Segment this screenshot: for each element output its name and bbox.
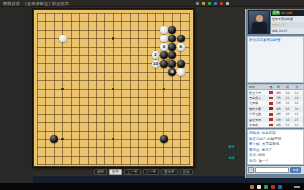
user-stat: 15: [292, 112, 301, 116]
user-name: 黑白道人: [248, 96, 268, 100]
person-silhouette-icon: [256, 15, 263, 22]
titlebar-icon[interactable]: [196, 2, 199, 5]
user-row[interactable]: 黑白道人7段4320: [248, 95, 303, 100]
user-row[interactable]: 飞天猪5段3118: [248, 101, 303, 106]
grid-line: [130, 13, 131, 165]
notice-panel: 欢迎来到直播讲解室: [247, 36, 304, 83]
user-stat: 22: [283, 112, 292, 116]
user-stat: 20: [292, 96, 301, 100]
user-stat: 9段: [274, 91, 283, 95]
titlebar-icon[interactable]: [214, 2, 217, 5]
titlebar-icons: [196, 2, 229, 5]
taskbar-icon[interactable]: [271, 185, 275, 189]
user-table-header-cell: 昵称: [248, 85, 268, 89]
stone: [177, 60, 185, 68]
stone: 4: [160, 43, 168, 51]
grid-line: [121, 13, 122, 165]
chat-input-row: ☺ 发送: [247, 166, 304, 174]
grid-line: [37, 105, 190, 106]
user-stat: 43: [283, 96, 292, 100]
stone: 6: [168, 68, 176, 76]
game-info-box: 直播 9D 讲解 世界大赛讲解室 黑贴6.5目 966 20:47: [271, 10, 304, 34]
left-margin: [0, 7, 33, 184]
user-name: 大雪崩: [248, 123, 268, 127]
chat-text: 顶一个: [258, 159, 269, 163]
chat-user: 黑先生:: [249, 148, 262, 152]
toolbar-button[interactable]: 自动: [180, 169, 193, 175]
chat-user: 天元:: [249, 153, 258, 157]
flag-icon: [269, 124, 273, 127]
taskbar-dashes: [294, 186, 300, 188]
grid-line: [37, 122, 190, 123]
user-stat: 30: [292, 107, 301, 111]
taskbar-icon[interactable]: [257, 185, 261, 189]
stone: [168, 35, 176, 43]
grid-line: [155, 13, 156, 165]
user-stat: 58: [283, 91, 292, 95]
user-stat: 38: [283, 118, 292, 122]
flag-icon: [269, 113, 273, 116]
taskbar-icon[interactable]: [250, 185, 254, 189]
grid-line: [37, 114, 190, 115]
titlebar-icon[interactable]: [226, 2, 229, 5]
stone: [168, 43, 176, 51]
star-point: [61, 88, 63, 90]
user-stat: 25: [292, 118, 301, 122]
chat-user: 爱下棋:: [249, 142, 262, 146]
grid-line: [37, 131, 190, 132]
person-silhouette-body: [252, 22, 267, 34]
grid-line: [147, 13, 148, 165]
user-row[interactable]: 围棋之家9段6630: [248, 106, 303, 111]
chat-text: 大雪崩变化: [262, 142, 280, 146]
info-line3: 黑贴6.5目: [272, 23, 286, 27]
flag-icon: [269, 97, 273, 100]
grid-line: [37, 164, 190, 165]
user-stat: 8段: [274, 123, 283, 127]
stone: [168, 60, 176, 68]
user-table-body: 棋圣小子9段5812黑白道人7段4320飞天猪5段3118围棋之家9段6630小…: [248, 90, 303, 128]
user-stat: 31: [283, 101, 292, 105]
commentator-video[interactable]: [248, 10, 270, 34]
screen: 围棋对弈 - [直播讲解室] 职业对局 482106 研究形势上一手下一手最后手…: [0, 0, 304, 190]
user-row[interactable]: 棋圣小子9段5812: [248, 90, 303, 95]
move-number-label: 6: [171, 70, 174, 74]
taskbar: [0, 183, 304, 190]
user-name: 星位天元: [248, 118, 268, 122]
live-badge: 直播: [272, 11, 280, 16]
side-chip-chat[interactable]: 聊天: [227, 145, 236, 149]
side-chip-record[interactable]: 战绩: [227, 156, 236, 160]
user-name: 围棋之家: [248, 107, 268, 111]
user-row[interactable]: 星位天元6段3825: [248, 117, 303, 122]
titlebar-icon[interactable]: [220, 2, 223, 5]
flag-icon: [269, 91, 273, 94]
chat-text: 学习了: [262, 148, 273, 152]
stone: [168, 26, 176, 34]
stone: [160, 135, 168, 143]
stone: [160, 35, 168, 43]
chat-message: 路过: 顶一个: [249, 159, 302, 165]
user-table[interactable]: 昵称国段胜负 棋圣小子9段5812黑白道人7段4320飞天猪5段3118围棋之家…: [247, 84, 304, 128]
taskbar-icon[interactable]: [278, 185, 282, 189]
user-stat: 18: [292, 101, 301, 105]
user-name: 小目飞挂: [248, 112, 268, 116]
flag-icon: [269, 107, 273, 110]
clock-value: 20:47: [279, 29, 288, 33]
stone: [177, 35, 185, 43]
stone: [160, 26, 168, 34]
flag-icon: [269, 102, 273, 105]
grid-line: [37, 156, 190, 157]
stone: 8: [177, 43, 185, 51]
user-stat: 5段: [274, 101, 283, 105]
grid-line: [189, 13, 190, 165]
stone: [177, 68, 185, 76]
user-stat: 4段: [274, 112, 283, 116]
right-panel: 直播 9D 讲解 世界大赛讲解室 黑贴6.5目 966 20:47 欢迎来到直播…: [245, 9, 304, 178]
toolbar-button[interactable]: 形势: [109, 169, 122, 175]
taskbar-icon[interactable]: [264, 185, 268, 189]
stone: 10: [152, 60, 160, 68]
user-stat: 66: [283, 107, 292, 111]
viewer-count: 966: [272, 29, 278, 33]
title-bar: 围棋对弈 - [直播讲解室] 职业对局: [0, 0, 304, 7]
titlebar-icon[interactable]: [208, 2, 211, 5]
info-line1: 9D 讲解: [281, 11, 292, 15]
user-stat: 9段: [274, 107, 283, 111]
move-number-label: 8: [179, 45, 182, 49]
user-row[interactable]: 大雪崩8段5122: [248, 122, 303, 127]
stone: [50, 135, 58, 143]
chat-input[interactable]: [255, 167, 289, 173]
toolbar-button[interactable]: 研究: [94, 169, 107, 175]
move-number-label: 10: [153, 62, 159, 66]
info-line2: 世界大赛讲解室: [272, 17, 293, 21]
send-button[interactable]: 发送: [290, 167, 301, 173]
chat-user: 路过:: [249, 159, 258, 163]
toolbar-button[interactable]: 最后手: [161, 169, 178, 175]
user-table-header-cell: 负: [292, 85, 302, 89]
user-name: 飞天猪: [248, 101, 268, 105]
toolbar-button[interactable]: 上一手: [124, 169, 141, 175]
grid-line: [37, 97, 190, 98]
stone: [59, 35, 67, 43]
move-number-label: 2: [154, 53, 157, 57]
chat-text: 白棋不错: [267, 137, 281, 141]
toolbar-button[interactable]: 下一手: [143, 169, 160, 175]
emoji-button[interactable]: ☺: [248, 167, 254, 173]
user-stat: 7段: [274, 96, 283, 100]
user-table-header-cell: 段: [274, 85, 283, 89]
chat-user: 观棋者:: [249, 131, 262, 135]
go-board[interactable]: 482106: [33, 9, 194, 167]
last-move-marker: [167, 59, 170, 62]
taskbar-icons: [250, 185, 282, 189]
titlebar-icon[interactable]: [202, 2, 205, 5]
chat-text: 666: [258, 153, 265, 157]
move-number-label: 4: [162, 45, 165, 49]
user-stat: 51: [283, 123, 292, 127]
user-name: 棋圣小子: [248, 91, 268, 95]
chat-user: 棋友2047:: [249, 137, 267, 141]
grid-line: [138, 13, 139, 165]
flag-icon: [269, 118, 273, 121]
grid-line: [37, 147, 190, 148]
user-stat: 12: [292, 91, 301, 95]
window-title: 围棋对弈 - [直播讲解室] 职业对局: [3, 1, 69, 6]
board-toolbar: 研究形势上一手下一手最后手自动: [94, 169, 193, 175]
user-stat: 6段: [274, 118, 283, 122]
stone: 2: [152, 51, 160, 59]
notice-text: 欢迎来到直播讲解室: [249, 38, 281, 42]
chat-text: 这盘精彩: [262, 131, 276, 135]
user-stat: 22: [292, 123, 301, 127]
chat-panel[interactable]: 观棋者: 这盘精彩棋友2047: 白棋不错爱下棋: 大雪崩变化黑先生: 学习了天…: [247, 129, 304, 165]
star-point: [163, 88, 165, 90]
user-table-header-cell: 胜: [283, 85, 292, 89]
user-row[interactable]: 小目飞挂4段2215: [248, 112, 303, 117]
